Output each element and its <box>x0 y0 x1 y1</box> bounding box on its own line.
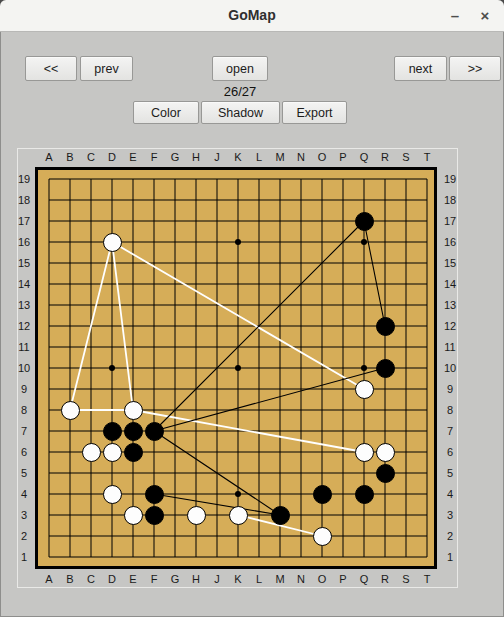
coord-label: P <box>333 572 354 586</box>
coord-label: O <box>312 150 333 164</box>
coord-label: 1 <box>440 547 460 568</box>
coord-label: 14 <box>14 274 34 295</box>
coord-label: 5 <box>14 463 34 484</box>
coord-label: C <box>81 150 102 164</box>
coord-label: 6 <box>440 442 460 463</box>
coord-label: N <box>291 150 312 164</box>
coord-label: E <box>123 150 144 164</box>
coord-label: F <box>144 572 165 586</box>
black-stone-O4 <box>313 485 332 504</box>
move-counter: 26/27 <box>192 84 288 99</box>
row-labels-right: 19181716151413121110987654321 <box>440 167 460 571</box>
coord-label: D <box>102 150 123 164</box>
coord-label: N <box>291 572 312 586</box>
coord-label: E <box>123 572 144 586</box>
coord-label: 17 <box>440 211 460 232</box>
white-stone-O2 <box>313 527 332 546</box>
coord-label: H <box>186 572 207 586</box>
coord-label: 1 <box>14 547 34 568</box>
coord-label: 6 <box>14 442 34 463</box>
coord-label: 4 <box>14 484 34 505</box>
white-stone-E3 <box>124 506 143 525</box>
column-labels-bottom: ABCDEFGHJKLMNOPQRST <box>35 572 441 586</box>
coord-label: 11 <box>440 337 460 358</box>
coord-label: B <box>60 572 81 586</box>
close-icon[interactable]: × <box>474 4 496 26</box>
white-stone-Q9 <box>355 380 374 399</box>
black-stone-R10 <box>376 359 395 378</box>
coord-label: 7 <box>440 421 460 442</box>
white-stone-K3 <box>229 506 248 525</box>
coord-label: 7 <box>14 421 34 442</box>
coord-label: T <box>417 572 438 586</box>
column-labels-top: ABCDEFGHJKLMNOPQRST <box>35 150 441 164</box>
coord-label: S <box>396 150 417 164</box>
coord-label: H <box>186 150 207 164</box>
coord-label: J <box>207 150 228 164</box>
coord-label: 8 <box>14 400 34 421</box>
white-stone-D6 <box>103 443 122 462</box>
coord-label: 13 <box>440 295 460 316</box>
white-stone-Q6 <box>355 443 374 462</box>
coord-label: 16 <box>14 232 34 253</box>
coord-label: 18 <box>440 190 460 211</box>
coord-label: F <box>144 150 165 164</box>
coord-label: 15 <box>440 253 460 274</box>
coord-label: Q <box>354 572 375 586</box>
coord-label: 8 <box>440 400 460 421</box>
coord-label: M <box>270 572 291 586</box>
coord-label: P <box>333 150 354 164</box>
black-stone-F4 <box>145 485 164 504</box>
black-stone-F3 <box>145 506 164 525</box>
first-move-button[interactable]: << <box>25 56 77 81</box>
prev-move-button[interactable]: prev <box>80 56 133 81</box>
coord-label: C <box>81 572 102 586</box>
white-stone-R6 <box>376 443 395 462</box>
white-stone-C6 <box>82 443 101 462</box>
next-move-button[interactable]: next <box>394 56 447 81</box>
coord-label: 19 <box>14 169 34 190</box>
white-stone-H3 <box>187 506 206 525</box>
coord-label: 19 <box>440 169 460 190</box>
last-move-button[interactable]: >> <box>449 56 501 81</box>
coord-label: 14 <box>440 274 460 295</box>
coord-label: K <box>228 572 249 586</box>
open-file-button[interactable]: open <box>212 56 268 81</box>
coord-label: A <box>39 572 60 586</box>
white-stone-B8 <box>61 401 80 420</box>
coord-label: R <box>375 150 396 164</box>
coord-label: 15 <box>14 253 34 274</box>
black-stone-Q4 <box>355 485 374 504</box>
coord-label: L <box>249 150 270 164</box>
white-stone-D16 <box>103 233 122 252</box>
title-bar[interactable]: GoMap – × <box>0 0 504 32</box>
coord-label: 12 <box>440 316 460 337</box>
coord-label: 3 <box>440 505 460 526</box>
coord-label: 18 <box>14 190 34 211</box>
coord-label: S <box>396 572 417 586</box>
color-button[interactable]: Color <box>133 101 199 124</box>
coord-label: 5 <box>440 463 460 484</box>
coord-label: J <box>207 572 228 586</box>
coord-label: L <box>249 572 270 586</box>
coord-label: 10 <box>440 358 460 379</box>
coord-label: 2 <box>14 526 34 547</box>
black-stone-E7 <box>124 422 143 441</box>
coord-label: 9 <box>440 379 460 400</box>
window-title: GoMap <box>0 7 504 23</box>
goban[interactable] <box>35 167 437 569</box>
coord-label: 12 <box>14 316 34 337</box>
white-stone-E8 <box>124 401 143 420</box>
coord-label: 9 <box>14 379 34 400</box>
coord-label: M <box>270 150 291 164</box>
stones-layer <box>39 169 438 568</box>
coord-label: 2 <box>440 526 460 547</box>
coord-label: 3 <box>14 505 34 526</box>
coord-label: K <box>228 150 249 164</box>
coord-label: R <box>375 572 396 586</box>
white-stone-D4 <box>103 485 122 504</box>
coord-label: 13 <box>14 295 34 316</box>
coord-label: Q <box>354 150 375 164</box>
coord-label: 11 <box>14 337 34 358</box>
coord-label: 16 <box>440 232 460 253</box>
black-stone-F7 <box>145 422 164 441</box>
coord-label: O <box>312 572 333 586</box>
black-stone-R12 <box>376 317 395 336</box>
coord-label: B <box>60 150 81 164</box>
coord-label: 10 <box>14 358 34 379</box>
coord-label: G <box>165 150 186 164</box>
minimize-icon[interactable]: – <box>444 4 466 26</box>
black-stone-Q17 <box>355 212 374 231</box>
row-labels-left: 19181716151413121110987654321 <box>14 167 34 571</box>
black-stone-M3 <box>271 506 290 525</box>
black-stone-D7 <box>103 422 122 441</box>
coord-label: T <box>417 150 438 164</box>
coord-label: 17 <box>14 211 34 232</box>
black-stone-E6 <box>124 443 143 462</box>
coord-label: 4 <box>440 484 460 505</box>
export-button[interactable]: Export <box>282 101 347 124</box>
gomap-window: GoMap – × << prev open next >> 26/27 Col… <box>0 0 504 617</box>
coord-label: D <box>102 572 123 586</box>
coord-label: G <box>165 572 186 586</box>
coord-label: A <box>39 150 60 164</box>
shadow-button[interactable]: Shadow <box>201 101 280 124</box>
black-stone-R5 <box>376 464 395 483</box>
